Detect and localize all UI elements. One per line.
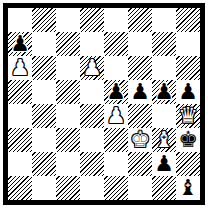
square-g8: [152, 8, 176, 32]
square-f6: [128, 56, 152, 80]
square-a8: [8, 8, 32, 32]
square-h6: [176, 56, 200, 80]
square-b2: [32, 152, 56, 176]
square-e6: [104, 56, 128, 80]
square-b1: [32, 176, 56, 200]
square-e8: [104, 8, 128, 32]
square-h5: ♟: [176, 80, 200, 104]
square-c2: [56, 152, 80, 176]
square-c8: [56, 8, 80, 32]
square-d5: [80, 80, 104, 104]
white-bishop-g3: ♝: [152, 128, 176, 152]
square-b8: [32, 8, 56, 32]
black-pawn-g2: ♟: [152, 152, 176, 176]
square-d6: ♟: [80, 56, 104, 80]
square-c6: [56, 56, 80, 80]
square-b6: [32, 56, 56, 80]
white-pawn-e4: ♟: [104, 104, 128, 128]
square-b7: [32, 32, 56, 56]
square-e2: [104, 152, 128, 176]
square-d3: [80, 128, 104, 152]
square-c4: [56, 104, 80, 128]
square-f7: [128, 32, 152, 56]
square-f1: [128, 176, 152, 200]
black-king-h3: ♚: [176, 128, 200, 152]
square-b3: [32, 128, 56, 152]
square-d4: [80, 104, 104, 128]
square-g3: ♝: [152, 128, 176, 152]
square-c3: [56, 128, 80, 152]
square-d8: [80, 8, 104, 32]
white-pawn-a6: ♟: [8, 56, 32, 80]
square-h1: ♝: [176, 176, 200, 200]
square-f8: [128, 8, 152, 32]
square-c5: [56, 80, 80, 104]
square-e3: [104, 128, 128, 152]
black-pawn-g5: ♟: [152, 80, 176, 104]
square-a7: ♟: [8, 32, 32, 56]
square-d2: [80, 152, 104, 176]
square-a5: [8, 80, 32, 104]
square-a4: [8, 104, 32, 128]
square-g2: ♟: [152, 152, 176, 176]
square-b5: [32, 80, 56, 104]
square-d7: [80, 32, 104, 56]
square-e5: ♟: [104, 80, 128, 104]
square-h2: [176, 152, 200, 176]
square-h7: [176, 32, 200, 56]
square-c1: [56, 176, 80, 200]
square-a6: ♟: [8, 56, 32, 80]
square-h3: ♚: [176, 128, 200, 152]
square-e4: ♟: [104, 104, 128, 128]
black-pawn-h5: ♟: [176, 80, 200, 104]
square-a3: [8, 128, 32, 152]
square-b4: [32, 104, 56, 128]
square-c7: [56, 32, 80, 56]
chessboard: ♟♟♟♟♟♟♟♟♛♚♝♚♟♝: [8, 8, 200, 200]
white-queen-h4: ♛: [176, 104, 200, 128]
square-e1: [104, 176, 128, 200]
square-a1: [8, 176, 32, 200]
black-pawn-a7: ♟: [8, 32, 32, 56]
square-g1: [152, 176, 176, 200]
black-pawn-f5: ♟: [128, 80, 152, 104]
chessboard-frame: ♟♟♟♟♟♟♟♟♛♚♝♚♟♝: [3, 3, 205, 205]
square-h8: [176, 8, 200, 32]
square-g6: [152, 56, 176, 80]
square-f4: [128, 104, 152, 128]
square-g4: [152, 104, 176, 128]
white-king-f3: ♚: [128, 128, 152, 152]
square-f2: [128, 152, 152, 176]
square-f5: ♟: [128, 80, 152, 104]
square-f3: ♚: [128, 128, 152, 152]
square-e7: [104, 32, 128, 56]
black-bishop-h1: ♝: [176, 176, 200, 200]
square-a2: [8, 152, 32, 176]
white-pawn-d6: ♟: [80, 56, 104, 80]
black-pawn-e5: ♟: [104, 80, 128, 104]
square-d1: [80, 176, 104, 200]
square-g5: ♟: [152, 80, 176, 104]
square-g7: [152, 32, 176, 56]
square-h4: ♛: [176, 104, 200, 128]
